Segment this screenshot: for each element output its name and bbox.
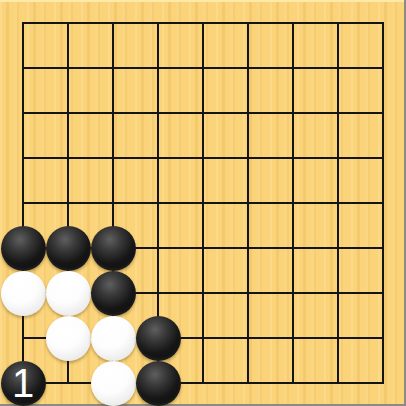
- go-board[interactable]: 1: [0, 0, 406, 406]
- white-stone: [91, 316, 136, 361]
- black-stone: [91, 271, 136, 316]
- black-stone: [91, 226, 136, 271]
- black-stone: [1, 226, 46, 271]
- white-stone: [46, 316, 91, 361]
- black-stone: [136, 361, 181, 406]
- white-stone: [1, 271, 46, 316]
- stone-layer: 1: [0, 0, 406, 406]
- move-number-label: 1: [1, 361, 46, 406]
- black-stone: [136, 316, 181, 361]
- black-stone: 1: [1, 361, 46, 406]
- white-stone: [46, 271, 91, 316]
- white-stone: [91, 361, 136, 406]
- black-stone: [46, 226, 91, 271]
